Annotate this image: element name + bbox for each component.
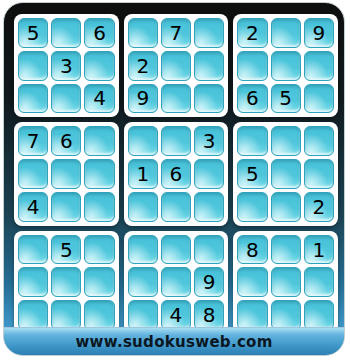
cell-r6c2[interactable] [51, 192, 81, 222]
cell-r8c5[interactable] [161, 267, 191, 297]
cell-r1c5[interactable]: 7 [161, 18, 191, 48]
cell-r2c7[interactable] [237, 51, 267, 81]
cell-r9c6[interactable]: 8 [194, 300, 224, 330]
cell-r3c4[interactable]: 9 [128, 84, 158, 114]
cell-r1c9[interactable]: 9 [304, 18, 334, 48]
cell-r3c6[interactable] [194, 84, 224, 114]
cell-r1c1[interactable]: 5 [18, 18, 48, 48]
cell-r5c4[interactable]: 1 [128, 159, 158, 189]
cell-r1c2[interactable] [51, 18, 81, 48]
board-frame: 5634729296576431652594881 www.sudokusweb… [3, 2, 345, 356]
sudoku-board: 5634729296576431652594881 [14, 14, 338, 334]
cell-r8c4[interactable] [128, 267, 158, 297]
cell-r7c8[interactable] [271, 235, 301, 265]
block-2-1: 764 [14, 122, 119, 225]
cell-r3c9[interactable] [304, 84, 334, 114]
cell-r7c9[interactable]: 1 [304, 235, 334, 265]
cell-r3c8[interactable]: 5 [271, 84, 301, 114]
cell-r2c9[interactable] [304, 51, 334, 81]
cell-r4c4[interactable] [128, 126, 158, 156]
cell-r1c7[interactable]: 2 [237, 18, 267, 48]
cell-r8c9[interactable] [304, 267, 334, 297]
cell-r9c2[interactable] [51, 300, 81, 330]
cell-r7c5[interactable] [161, 235, 191, 265]
cell-r7c7[interactable]: 8 [237, 235, 267, 265]
cell-r8c3[interactable] [84, 267, 114, 297]
footer-bar: www.sudokusweb.com [4, 327, 344, 355]
cell-r5c9[interactable] [304, 159, 334, 189]
cell-r8c6[interactable]: 9 [194, 267, 224, 297]
cell-r5c2[interactable] [51, 159, 81, 189]
cell-r4c2[interactable]: 6 [51, 126, 81, 156]
cell-r5c6[interactable] [194, 159, 224, 189]
block-3-3: 81 [233, 231, 338, 334]
cell-r6c4[interactable] [128, 192, 158, 222]
cell-r9c7[interactable] [237, 300, 267, 330]
cell-r4c3[interactable] [84, 126, 114, 156]
cell-r7c6[interactable] [194, 235, 224, 265]
cell-r4c6[interactable]: 3 [194, 126, 224, 156]
cell-r1c8[interactable] [271, 18, 301, 48]
cell-r6c9[interactable]: 2 [304, 192, 334, 222]
cell-r9c3[interactable] [84, 300, 114, 330]
cell-r9c1[interactable] [18, 300, 48, 330]
cell-r2c5[interactable] [161, 51, 191, 81]
cell-r2c8[interactable] [271, 51, 301, 81]
cell-r4c1[interactable]: 7 [18, 126, 48, 156]
cell-r2c6[interactable] [194, 51, 224, 81]
cell-r8c1[interactable] [18, 267, 48, 297]
cell-r3c5[interactable] [161, 84, 191, 114]
sudoku-screenshot: 5634729296576431652594881 www.sudokusweb… [0, 0, 350, 360]
site-url: www.sudokusweb.com [75, 333, 272, 351]
cell-r1c4[interactable] [128, 18, 158, 48]
cell-r6c8[interactable] [271, 192, 301, 222]
cell-r5c8[interactable] [271, 159, 301, 189]
cell-r7c1[interactable] [18, 235, 48, 265]
cell-r4c9[interactable] [304, 126, 334, 156]
cell-r6c7[interactable] [237, 192, 267, 222]
cell-r2c4[interactable]: 2 [128, 51, 158, 81]
cell-r6c5[interactable] [161, 192, 191, 222]
cell-r9c9[interactable] [304, 300, 334, 330]
cell-r8c7[interactable] [237, 267, 267, 297]
cell-r7c2[interactable]: 5 [51, 235, 81, 265]
cell-r9c4[interactable] [128, 300, 158, 330]
cell-r4c7[interactable] [237, 126, 267, 156]
cell-r3c3[interactable]: 4 [84, 84, 114, 114]
cell-r9c8[interactable] [271, 300, 301, 330]
cell-r2c1[interactable] [18, 51, 48, 81]
cell-r1c6[interactable] [194, 18, 224, 48]
cell-r3c1[interactable] [18, 84, 48, 114]
block-1-1: 5634 [14, 14, 119, 117]
cell-r2c3[interactable] [84, 51, 114, 81]
cell-r3c2[interactable] [51, 84, 81, 114]
block-3-1: 5 [14, 231, 119, 334]
block-2-2: 316 [124, 122, 229, 225]
cell-r9c5[interactable]: 4 [161, 300, 191, 330]
cell-r2c2[interactable]: 3 [51, 51, 81, 81]
cell-r8c2[interactable] [51, 267, 81, 297]
cell-r6c1[interactable]: 4 [18, 192, 48, 222]
block-1-3: 2965 [233, 14, 338, 117]
cell-r6c3[interactable] [84, 192, 114, 222]
cell-r6c6[interactable] [194, 192, 224, 222]
block-1-2: 729 [124, 14, 229, 117]
cell-r5c1[interactable] [18, 159, 48, 189]
cell-r7c4[interactable] [128, 235, 158, 265]
cell-r5c3[interactable] [84, 159, 114, 189]
block-2-3: 52 [233, 122, 338, 225]
cell-r5c5[interactable]: 6 [161, 159, 191, 189]
cell-r1c3[interactable]: 6 [84, 18, 114, 48]
block-3-2: 948 [124, 231, 229, 334]
cell-r3c7[interactable]: 6 [237, 84, 267, 114]
cell-r4c8[interactable] [271, 126, 301, 156]
cell-r7c3[interactable] [84, 235, 114, 265]
cell-r5c7[interactable]: 5 [237, 159, 267, 189]
cell-r4c5[interactable] [161, 126, 191, 156]
cell-r8c8[interactable] [271, 267, 301, 297]
